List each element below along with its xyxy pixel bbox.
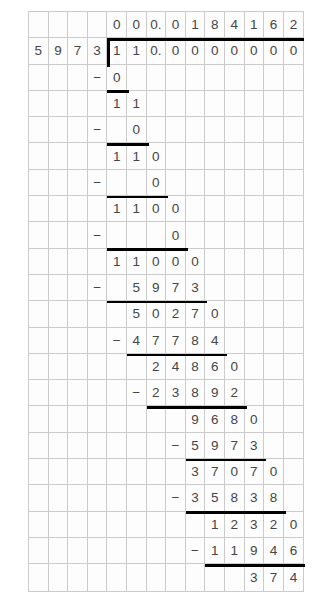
digit-cell: 0 (166, 249, 186, 275)
grid-cell-empty (245, 354, 265, 380)
digit-cell: 0 (107, 65, 127, 91)
grid-cell-empty (264, 222, 284, 248)
grid-cell-empty (68, 380, 88, 406)
grid-cell-empty (29, 170, 49, 196)
grid-cell-empty (29, 249, 49, 275)
digit-cell: 5 (127, 275, 147, 301)
grid-cell-empty (107, 301, 127, 327)
grid-cell-empty (49, 275, 69, 301)
minus-sign-cell: − (107, 328, 127, 354)
grid-cell-empty (49, 301, 69, 327)
grid-cell-empty (29, 117, 49, 143)
digit-cell: 8 (186, 328, 206, 354)
grid-cell-empty (284, 65, 304, 91)
grid-cell-empty (284, 433, 304, 459)
grid-cell-empty (264, 65, 284, 91)
grid-cell-empty (186, 91, 206, 117)
digit-cell: 2 (284, 12, 304, 38)
grid-cell-empty (166, 65, 186, 91)
grid-cell-empty (147, 433, 167, 459)
grid-cell-empty (49, 222, 69, 248)
grid-cell-empty (225, 328, 245, 354)
grid-cell-empty (284, 170, 304, 196)
grid-cell-empty (127, 433, 147, 459)
grid-cell-empty (107, 117, 127, 143)
digit-cell: 6 (205, 406, 225, 432)
digit-cell: 8 (205, 12, 225, 38)
grid-cell-empty (88, 249, 108, 275)
grid-cell-empty (147, 485, 167, 511)
grid-cell-empty (166, 117, 186, 143)
grid-cell-empty (49, 91, 69, 117)
grid-cell-empty (49, 354, 69, 380)
grid-cell-empty (245, 380, 265, 406)
digit-cell: 7 (186, 301, 206, 327)
digit-cell: 3 (245, 512, 265, 538)
grid-cell-empty (284, 485, 304, 511)
minus-sign-cell: − (166, 433, 186, 459)
grid-cell-empty (186, 143, 206, 169)
grid-cell-empty (29, 354, 49, 380)
grid-cell-empty (245, 328, 265, 354)
grid-cell-empty (147, 117, 167, 143)
grid-cell-empty (205, 170, 225, 196)
grid-cell-empty (225, 117, 245, 143)
grid-cell-empty (147, 91, 167, 117)
grid-cell-empty (68, 249, 88, 275)
grid-cell-empty (245, 275, 265, 301)
digit-cell: 3 (88, 38, 108, 64)
digit-cell: 9 (205, 433, 225, 459)
digit-cell: 0 (107, 12, 127, 38)
grid-cell-empty (88, 538, 108, 564)
grid-cell-empty (284, 328, 304, 354)
minus-sign-cell: − (88, 65, 108, 91)
grid-cell-empty (68, 485, 88, 511)
digit-cell: 1 (127, 38, 147, 64)
digit-cell: 5 (29, 38, 49, 64)
grid-cell-empty (147, 512, 167, 538)
grid-cell-empty (29, 222, 49, 248)
grid-cell-empty (186, 170, 206, 196)
grid-cell-empty (49, 433, 69, 459)
grid-cell-empty (68, 91, 88, 117)
grid-cell-empty (225, 143, 245, 169)
grid-cell-empty (284, 222, 304, 248)
digit-cell: 8 (186, 380, 206, 406)
digit-cell: 0 (166, 222, 186, 248)
digit-cell: 4 (264, 538, 284, 564)
digit-cell: 0 (225, 354, 245, 380)
digit-cell: 9 (205, 380, 225, 406)
digit-cell: 0 (264, 38, 284, 64)
grid-cell-empty (68, 512, 88, 538)
minus-sign-cell: − (166, 485, 186, 511)
digit-cell: 2 (147, 354, 167, 380)
grid-cell-empty (88, 328, 108, 354)
grid-cell-empty (147, 564, 167, 590)
grid-cell-empty (205, 91, 225, 117)
grid-cell-empty (29, 196, 49, 222)
digit-cell: 2 (225, 512, 245, 538)
digit-cell: 1 (245, 12, 265, 38)
grid-cell-empty (68, 564, 88, 590)
grid-cell-empty (29, 406, 49, 432)
digit-cell: 3 (186, 485, 206, 511)
grid-cell-empty (88, 564, 108, 590)
digit-cell: 0 (205, 301, 225, 327)
grid-cell-empty (29, 275, 49, 301)
grid-cell-empty (166, 564, 186, 590)
grid-cell-empty (88, 380, 108, 406)
grid-cell-empty (29, 564, 49, 590)
grid-cell-empty (147, 65, 167, 91)
grid-cell-empty (68, 12, 88, 38)
grid-cell-empty (68, 459, 88, 485)
digit-cell: 0 (147, 143, 167, 169)
digit-cell: 0 (245, 38, 265, 64)
digit-cell: 0 (147, 170, 167, 196)
grid-cell-empty (127, 170, 147, 196)
grid-cell-empty (284, 301, 304, 327)
grid-cell-empty (284, 354, 304, 380)
grid-cell-empty (225, 170, 245, 196)
grid-cell-empty (166, 143, 186, 169)
grid-cell-empty (147, 222, 167, 248)
grid-cell-empty (68, 406, 88, 432)
grid-cell-empty (186, 564, 206, 590)
grid-cell-empty (88, 512, 108, 538)
digit-cell: 0 (205, 38, 225, 64)
grid-cell-empty (88, 406, 108, 432)
grid-cell-empty (49, 512, 69, 538)
grid-cell-empty (68, 538, 88, 564)
grid-cell-empty (29, 512, 49, 538)
digit-cell: 6 (205, 354, 225, 380)
grid-cell-empty (107, 433, 127, 459)
grid-cell-empty (88, 433, 108, 459)
grid-cell-empty (245, 91, 265, 117)
digit-cell: 4 (284, 564, 304, 590)
grid-cell-empty (88, 12, 108, 38)
grid-cell-empty (284, 459, 304, 485)
grid-cell-empty (68, 433, 88, 459)
grid-cell-empty (225, 65, 245, 91)
grid-cell-empty (186, 117, 206, 143)
grid-cell-empty (68, 354, 88, 380)
digit-cell: 6 (264, 12, 284, 38)
grid-cell-empty (29, 301, 49, 327)
digit-cell: 0 (127, 12, 147, 38)
grid-cell-empty (147, 459, 167, 485)
digit-cell: 3 (186, 275, 206, 301)
digit-cell: 9 (245, 538, 265, 564)
grid-cell-empty (88, 354, 108, 380)
digit-cell: 0. (147, 38, 167, 64)
grid-cell-empty (49, 485, 69, 511)
grid-cell-empty (107, 485, 127, 511)
grid-cell-empty (127, 65, 147, 91)
grid-cell-empty (245, 170, 265, 196)
grid-cell-empty (107, 564, 127, 590)
grid-cell-empty (127, 459, 147, 485)
minus-sign-cell: − (88, 275, 108, 301)
grid-cell-empty (186, 512, 206, 538)
digit-cell: 1 (205, 538, 225, 564)
grid-cell-empty (68, 196, 88, 222)
grid-cell-empty (29, 143, 49, 169)
digit-cell: 1 (127, 143, 147, 169)
digit-cell: 1 (225, 538, 245, 564)
digit-cell: 7 (245, 459, 265, 485)
grid-cell-empty (264, 91, 284, 117)
digit-cell: 1 (107, 249, 127, 275)
grid-cell-empty (107, 275, 127, 301)
grid-cell-empty (205, 143, 225, 169)
digit-cell: 0. (147, 12, 167, 38)
grid-cell-empty (205, 249, 225, 275)
grid-cell-empty (166, 91, 186, 117)
grid-cell-empty (49, 328, 69, 354)
grid-cell-empty (284, 143, 304, 169)
grid-cell-empty (225, 301, 245, 327)
digit-cell: 7 (147, 328, 167, 354)
digit-cell: 0 (147, 196, 167, 222)
grid-cell-empty (68, 170, 88, 196)
grid-cell-empty (166, 512, 186, 538)
digit-cell: 8 (225, 485, 245, 511)
grid-cell-empty (29, 459, 49, 485)
grid-cell-empty (264, 380, 284, 406)
grid-cell-empty (205, 275, 225, 301)
grid-cell-empty (88, 91, 108, 117)
grid-cell-empty (88, 459, 108, 485)
digit-cell: 3 (245, 485, 265, 511)
digit-cell: 6 (284, 538, 304, 564)
grid-cell-empty (29, 328, 49, 354)
grid-cell-empty (245, 117, 265, 143)
grid-cell-empty (166, 459, 186, 485)
digit-cell: 7 (225, 433, 245, 459)
grid-cell-empty (225, 196, 245, 222)
grid-cell-empty (49, 196, 69, 222)
grid-cell-empty (225, 249, 245, 275)
digit-cell: 3 (166, 380, 186, 406)
digit-cell: 0 (225, 459, 245, 485)
grid-cell-empty (205, 117, 225, 143)
grid-cell-empty (264, 117, 284, 143)
grid-cell-empty (245, 301, 265, 327)
digit-cell: 0 (166, 196, 186, 222)
grid-cell-empty (127, 564, 147, 590)
grid-cell-empty (264, 433, 284, 459)
division-grid: 000.01841625973110.0000000−011−0110−0110… (29, 12, 303, 591)
grid-cell-empty (225, 564, 245, 590)
grid-cell-empty (49, 249, 69, 275)
digit-cell: 9 (49, 38, 69, 64)
grid-cell-empty (49, 117, 69, 143)
grid-cell-empty (205, 222, 225, 248)
grid-cell-empty (68, 117, 88, 143)
grid-cell-empty (68, 275, 88, 301)
grid-cell-empty (264, 354, 284, 380)
grid-cell-empty (127, 485, 147, 511)
digit-cell: 0 (147, 301, 167, 327)
digit-cell: 7 (166, 275, 186, 301)
minus-sign-cell: − (127, 380, 147, 406)
digit-cell: 5 (127, 301, 147, 327)
grid-cell-empty (147, 406, 167, 432)
digit-cell: 9 (147, 275, 167, 301)
grid-cell-empty (29, 12, 49, 38)
grid-cell-empty (49, 459, 69, 485)
grid-cell-empty (284, 406, 304, 432)
digit-cell: 5 (186, 433, 206, 459)
grid-cell-empty (186, 65, 206, 91)
digit-cell: 4 (205, 328, 225, 354)
grid-cell-empty (49, 564, 69, 590)
digit-cell: 2 (166, 301, 186, 327)
grid-cell-empty (264, 249, 284, 275)
grid-cell-empty (127, 354, 147, 380)
grid-cell-empty (107, 512, 127, 538)
grid-cell-empty (68, 222, 88, 248)
grid-cell-empty (147, 538, 167, 564)
digit-cell: 0 (225, 38, 245, 64)
grid-cell-empty (127, 406, 147, 432)
grid-cell-empty (245, 196, 265, 222)
grid-cell-empty (107, 380, 127, 406)
grid-cell-empty (284, 117, 304, 143)
grid-cell-empty (107, 538, 127, 564)
grid-cell-empty (284, 196, 304, 222)
minus-sign-cell: − (88, 117, 108, 143)
grid-cell-empty (264, 143, 284, 169)
grid-cell-empty (29, 380, 49, 406)
digit-cell: 8 (186, 354, 206, 380)
grid-cell-empty (284, 380, 304, 406)
digit-cell: 3 (186, 459, 206, 485)
digit-cell: 1 (186, 12, 206, 38)
digit-cell: 2 (225, 380, 245, 406)
grid-cell-empty (127, 538, 147, 564)
grid-cell-empty (245, 143, 265, 169)
grid-cell-empty (127, 512, 147, 538)
digit-cell: 4 (225, 12, 245, 38)
grid-cell-empty (245, 249, 265, 275)
grid-cell-empty (264, 328, 284, 354)
grid-cell-empty (264, 196, 284, 222)
grid-cell-empty (205, 65, 225, 91)
digit-cell: 2 (264, 512, 284, 538)
grid-cell-empty (166, 538, 186, 564)
digit-cell: 0 (166, 12, 186, 38)
digit-cell: 7 (68, 38, 88, 64)
digit-cell: 0 (264, 459, 284, 485)
digit-cell: 1 (127, 196, 147, 222)
long-division-board: 000.01841625973110.0000000−011−0110−0110… (28, 11, 304, 592)
digit-cell: 0 (284, 38, 304, 64)
grid-cell-empty (225, 222, 245, 248)
digit-cell: 2 (147, 380, 167, 406)
grid-cell-empty (225, 275, 245, 301)
digit-cell: 1 (127, 249, 147, 275)
digit-cell: 4 (166, 354, 186, 380)
digit-cell: 7 (205, 459, 225, 485)
grid-cell-empty (88, 485, 108, 511)
grid-cell-empty (68, 143, 88, 169)
digit-cell: 7 (264, 564, 284, 590)
grid-cell-empty (107, 354, 127, 380)
grid-cell-empty (29, 485, 49, 511)
grid-cell-empty (284, 249, 304, 275)
grid-cell-empty (29, 538, 49, 564)
grid-cell-empty (29, 91, 49, 117)
digit-cell: 0 (186, 249, 206, 275)
grid-cell-empty (245, 222, 265, 248)
grid-cell-empty (88, 301, 108, 327)
digit-cell: 8 (264, 485, 284, 511)
grid-cell-empty (107, 406, 127, 432)
grid-cell-empty (264, 275, 284, 301)
grid-cell-empty (264, 301, 284, 327)
digit-cell: 1 (107, 143, 127, 169)
grid-cell-empty (68, 328, 88, 354)
digit-cell: 3 (245, 433, 265, 459)
grid-cell-empty (284, 275, 304, 301)
grid-cell-empty (107, 459, 127, 485)
grid-cell-empty (127, 222, 147, 248)
grid-cell-empty (166, 170, 186, 196)
grid-cell-empty (186, 222, 206, 248)
grid-cell-empty (264, 170, 284, 196)
digit-cell: 1 (107, 196, 127, 222)
digit-cell: 0 (186, 38, 206, 64)
digit-cell: 3 (245, 564, 265, 590)
grid-cell-empty (107, 222, 127, 248)
grid-cell-empty (264, 406, 284, 432)
grid-cell-empty (88, 196, 108, 222)
grid-cell-empty (68, 301, 88, 327)
grid-cell-empty (49, 143, 69, 169)
grid-cell-empty (49, 12, 69, 38)
grid-cell-empty (29, 65, 49, 91)
minus-sign-cell: − (186, 538, 206, 564)
minus-sign-cell: − (88, 170, 108, 196)
grid-cell-empty (68, 65, 88, 91)
digit-cell: 0 (147, 249, 167, 275)
digit-cell: 0 (127, 117, 147, 143)
grid-cell-empty (49, 406, 69, 432)
grid-cell-empty (49, 538, 69, 564)
digit-cell: 1 (205, 512, 225, 538)
digit-cell: 1 (127, 91, 147, 117)
digit-cell: 7 (166, 328, 186, 354)
grid-cell-empty (284, 91, 304, 117)
digit-cell: 4 (127, 328, 147, 354)
grid-cell-empty (225, 91, 245, 117)
grid-cell-empty (186, 196, 206, 222)
grid-cell-empty (49, 170, 69, 196)
digit-cell: 1 (107, 38, 127, 64)
digit-cell: 1 (107, 91, 127, 117)
grid-cell-empty (49, 380, 69, 406)
grid-cell-empty (107, 170, 127, 196)
grid-cell-empty (49, 65, 69, 91)
digit-cell: 0 (245, 406, 265, 432)
digit-cell: 0 (284, 512, 304, 538)
digit-cell: 8 (225, 406, 245, 432)
